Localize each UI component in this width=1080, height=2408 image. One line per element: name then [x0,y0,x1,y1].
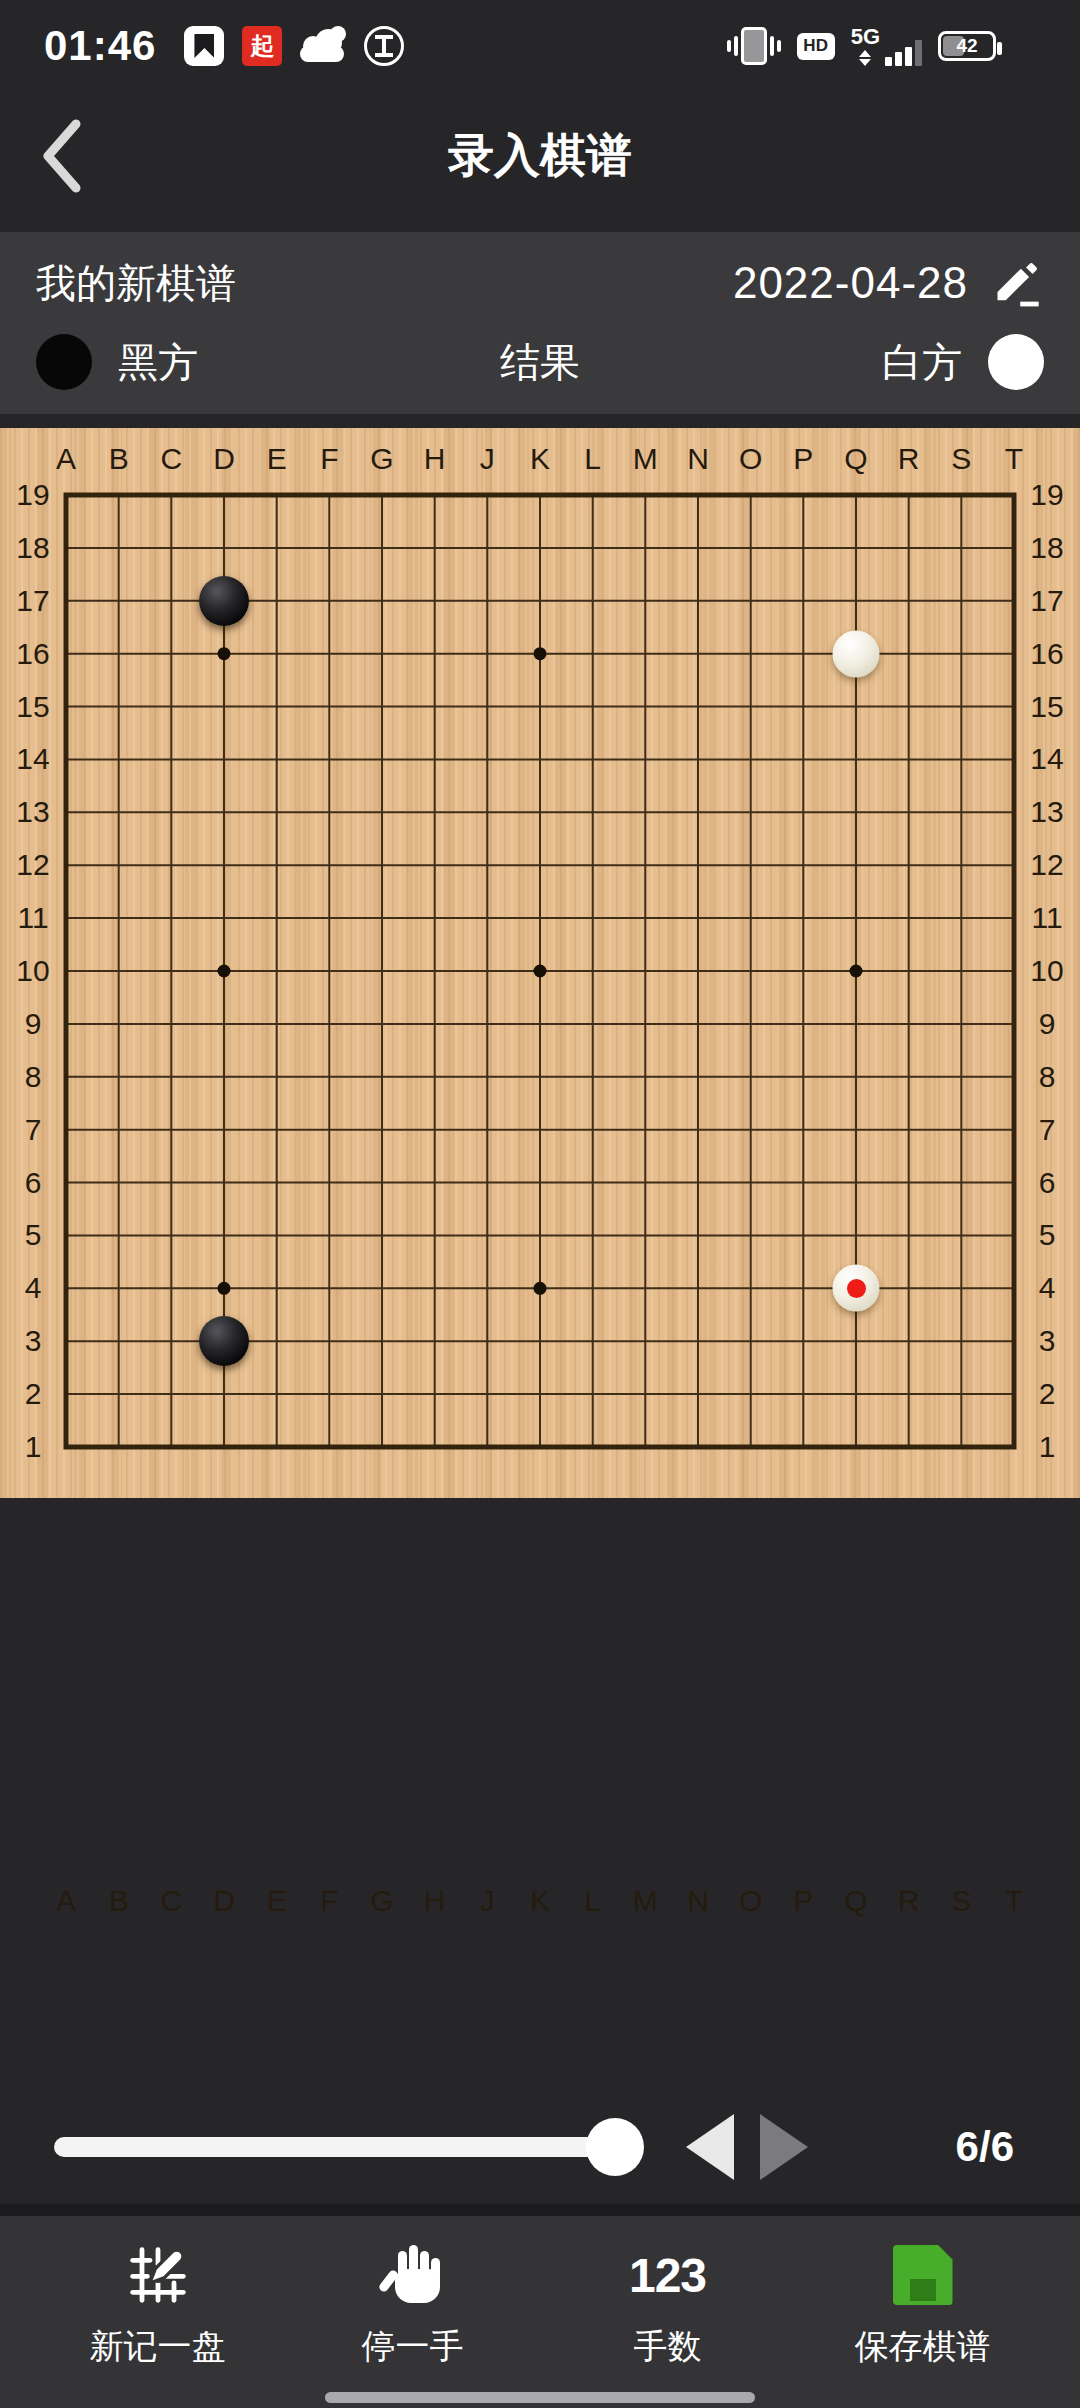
stone-Q4-white[interactable] [833,1265,880,1312]
coord-label-8: 8 [1039,1060,1056,1094]
coord-label-5: 5 [1039,1218,1056,1252]
coord-label-Q: Q [844,1884,867,1918]
coord-label-11: 11 [17,901,48,935]
move-counter: 6/6 [956,2123,1014,2171]
status-bar: 01:46 起 HD 5G [0,0,1080,92]
page-title: 录入棋谱 [448,125,632,187]
coord-label-J: J [480,1884,495,1918]
record-title-row: 我的新棋谱 2022-04-28 [36,256,1044,311]
coord-label-H: H [424,1884,446,1918]
coord-label-2: 2 [25,1377,42,1411]
coord-label-13: 13 [1030,795,1063,829]
star-point-Q10 [850,965,863,978]
coord-label-1: 1 [1039,1430,1056,1464]
coord-label-M: M [633,442,658,476]
home-indicator[interactable] [325,2392,755,2403]
coord-label-16: 16 [1030,637,1063,671]
star-point-K4 [534,1282,547,1295]
coord-label-F: F [320,442,338,476]
move-navigation: 6/6 [0,2088,1080,2206]
coord-label-7: 7 [1039,1113,1056,1147]
back-chevron-icon [40,118,84,194]
record-date: 2022-04-28 [733,258,968,308]
coord-label-M: M [633,1884,658,1918]
coord-label-1: 1 [25,1430,42,1464]
star-point-D4 [218,1282,231,1295]
back-button[interactable] [40,116,100,196]
clock: 01:46 [44,22,156,70]
coord-label-G: G [370,1884,393,1918]
coord-label-R: R [898,442,920,476]
coord-label-D: D [213,442,235,476]
move-numbers-button[interactable]: 123 手数 [583,2242,753,2370]
record-name: 我的新棋谱 [36,256,236,311]
coord-label-12: 12 [16,848,49,882]
save-button[interactable]: 保存棋谱 [838,2242,1008,2370]
coord-label-H: H [424,442,446,476]
coord-label-2: 2 [1039,1377,1056,1411]
coord-label-C: C [160,1884,182,1918]
pass-button[interactable]: 停一手 [328,2242,498,2370]
coord-label-O: O [739,442,762,476]
coord-label-A: A [56,1884,76,1918]
coord-label-16: 16 [16,637,49,671]
coord-label-A: A [56,442,76,476]
coord-label-9: 9 [1039,1007,1056,1041]
coord-label-4: 4 [25,1271,42,1305]
coord-label-K: K [530,442,550,476]
coord-label-S: S [951,1884,971,1918]
coord-label-J: J [480,442,495,476]
bank-globe-icon [364,26,404,66]
coord-label-14: 14 [1030,742,1063,776]
stone-Q16-white[interactable] [833,630,880,677]
coord-label-L: L [584,1884,601,1918]
pass-label: 停一手 [362,2324,464,2370]
bookmark-app-icon [184,26,224,66]
coord-label-19: 19 [1030,478,1063,512]
coord-label-D: D [213,1884,235,1918]
star-point-K10 [534,965,547,978]
record-info-panel: 我的新棋谱 2022-04-28 黑方 结果 白方 [0,232,1080,414]
cloud-shape [300,46,344,62]
pass-hand-icon [382,2242,444,2308]
last-move-marker [847,1279,866,1298]
signal-5g-icon: 5G [851,26,922,66]
black-player-label: 黑方 [118,335,198,390]
star-point-K16 [534,647,547,660]
coord-label-O: O [739,1884,762,1918]
coord-label-12: 12 [1030,848,1063,882]
coord-label-G: G [370,442,393,476]
coord-label-15: 15 [1030,690,1063,724]
header: 录入棋谱 [0,92,1080,220]
bottom-toolbar: 新记一盘 停一手 123 手数 保存棋谱 [0,2216,1080,2408]
coord-label-N: N [687,1884,709,1918]
black-stone-badge [36,334,92,390]
coord-label-P: P [793,442,813,476]
battery-icon: 42 [938,31,996,61]
coord-label-6: 6 [1039,1166,1056,1200]
coord-label-N: N [687,442,709,476]
coord-label-6: 6 [25,1166,42,1200]
coord-label-7: 7 [25,1113,42,1147]
battery-nub [997,42,1002,55]
weather-cloud-icon [300,26,346,66]
stone-D17-black[interactable] [199,576,249,626]
save-icon [893,2242,953,2308]
coord-label-19: 19 [16,478,49,512]
move-numbers-label: 手数 [634,2324,702,2370]
move-slider[interactable] [54,2137,616,2157]
hd-icon: HD [797,33,835,60]
white-player-label: 白方 [882,335,962,390]
move-numbers-icon: 123 [629,2248,706,2303]
toolbar-divider [0,2204,1080,2216]
coord-label-17: 17 [1030,584,1063,618]
coord-label-4: 4 [1039,1271,1056,1305]
coord-label-L: L [584,442,601,476]
coord-label-9: 9 [25,1007,42,1041]
go-board[interactable]: AABBCCDDEEFFGGHHJJKKLLMMNNOOPPQQRRSSTT19… [0,428,1080,1498]
save-label: 保存棋谱 [855,2324,991,2370]
star-point-D16 [218,647,231,660]
coord-label-5: 5 [25,1218,42,1252]
previous-move-button[interactable] [686,2114,734,2180]
next-move-button[interactable] [760,2114,808,2180]
notification-icons: 起 [184,26,404,66]
coord-label-11: 11 [1031,901,1062,935]
coord-label-R: R [898,1884,920,1918]
coord-label-10: 10 [1030,954,1063,988]
coord-label-13: 13 [16,795,49,829]
new-game-button[interactable]: 新记一盘 [73,2242,243,2370]
coord-label-18: 18 [1030,531,1063,565]
status-right-icons: HD 5G 42 [727,26,1080,66]
network-label: 5G [851,26,880,48]
coord-label-3: 3 [25,1324,42,1358]
signal-bars [885,40,922,66]
new-game-icon [126,2242,190,2308]
new-game-label: 新记一盘 [90,2324,226,2370]
coord-label-E: E [267,442,287,476]
qidian-app-icon: 起 [242,26,282,66]
edit-button[interactable] [990,256,1044,310]
coord-label-S: S [951,442,971,476]
coord-label-K: K [530,1884,550,1918]
coord-label-17: 17 [16,584,49,618]
coord-label-15: 15 [16,690,49,724]
coord-label-T: T [1005,1884,1023,1918]
coord-label-14: 14 [16,742,49,776]
coord-label-T: T [1005,442,1023,476]
star-point-D10 [218,965,231,978]
gong-glyph [375,35,393,57]
coord-label-F: F [320,1884,338,1918]
pencil-icon [991,257,1043,309]
white-stone-badge [988,334,1044,390]
players-row: 黑方 结果 白方 [36,334,1044,390]
coord-label-B: B [109,1884,129,1918]
coord-label-3: 3 [1039,1324,1056,1358]
coord-label-B: B [109,442,129,476]
coord-label-C: C [160,442,182,476]
coord-label-8: 8 [25,1060,42,1094]
coord-label-E: E [267,1884,287,1918]
vibrate-icon [727,27,781,65]
slider-thumb[interactable] [586,2118,644,2176]
coord-label-Q: Q [844,442,867,476]
battery-percent: 42 [941,34,993,58]
coord-label-10: 10 [16,954,49,988]
coord-label-18: 18 [16,531,49,565]
stone-D3-black[interactable] [199,1316,249,1366]
coord-label-P: P [793,1884,813,1918]
